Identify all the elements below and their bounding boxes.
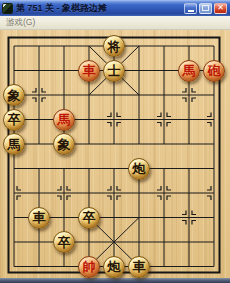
app-icon[interactable] — [2, 3, 13, 14]
piece-black-advisor[interactable]: 士 — [103, 60, 125, 82]
window-bottom-edge — [0, 278, 230, 283]
pieces-grid: 将車士馬砲象卒馬馬象炮車卒卒帥炮車 — [2, 34, 227, 279]
menu-item-game[interactable]: 游戏(G) — [0, 17, 41, 29]
maximize-button[interactable] — [199, 3, 212, 14]
minimize-button[interactable] — [184, 3, 197, 14]
piece-black-cannon[interactable]: 炮 — [128, 158, 150, 180]
piece-black-general[interactable]: 将 — [103, 35, 125, 57]
piece-black-chariot[interactable]: 車 — [128, 256, 150, 278]
piece-black-elephant[interactable]: 象 — [53, 133, 75, 155]
close-button[interactable]: ✕ — [214, 3, 227, 14]
piece-black-elephant[interactable]: 象 — [3, 84, 25, 106]
app-window: 第 751 关 - 象棋路边摊 ✕ 游戏(G) 将車士馬砲象卒馬馬象炮車卒卒帥炮… — [0, 0, 230, 283]
piece-red-horse[interactable]: 馬 — [53, 109, 75, 131]
piece-red-general[interactable]: 帥 — [78, 256, 100, 278]
xiangqi-board[interactable]: 将車士馬砲象卒馬馬象炮車卒卒帥炮車 — [0, 30, 230, 278]
piece-black-soldier[interactable]: 卒 — [78, 207, 100, 229]
window-controls: ✕ — [184, 3, 230, 14]
piece-red-cannon[interactable]: 砲 — [203, 60, 225, 82]
maximize-icon — [202, 5, 209, 11]
piece-black-soldier[interactable]: 卒 — [53, 231, 75, 253]
menu-bar: 游戏(G) — [0, 16, 230, 30]
piece-black-cannon[interactable]: 炮 — [103, 256, 125, 278]
piece-red-horse[interactable]: 馬 — [178, 60, 200, 82]
window-title: 第 751 关 - 象棋路边摊 — [16, 2, 107, 15]
piece-black-chariot[interactable]: 車 — [28, 207, 50, 229]
minimize-icon — [188, 10, 194, 12]
piece-red-chariot[interactable]: 車 — [78, 60, 100, 82]
piece-black-horse[interactable]: 馬 — [3, 133, 25, 155]
piece-black-soldier[interactable]: 卒 — [3, 109, 25, 131]
title-bar: 第 751 关 - 象棋路边摊 ✕ — [0, 0, 230, 16]
